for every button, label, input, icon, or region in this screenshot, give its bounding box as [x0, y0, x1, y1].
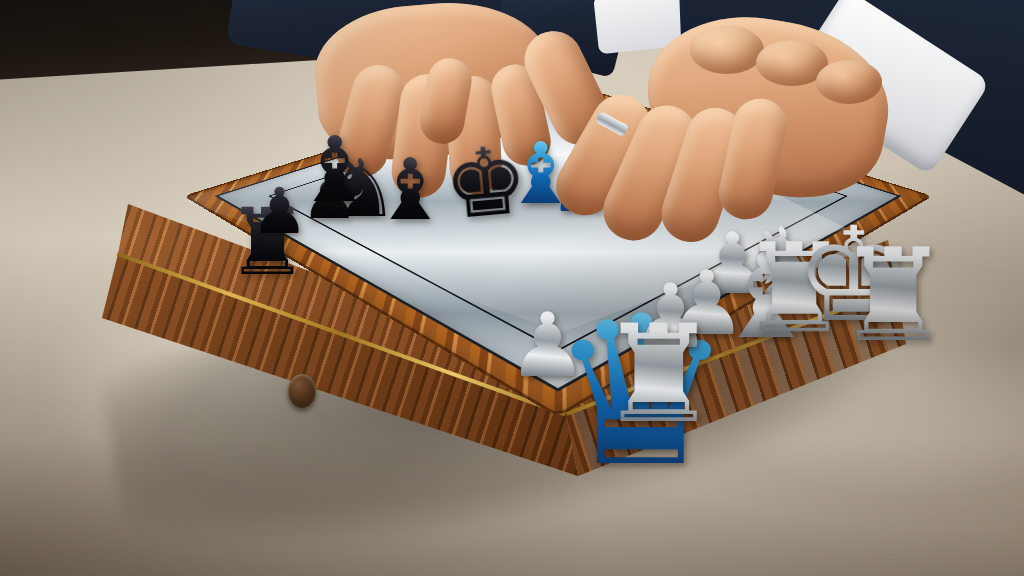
- scene: ♜♟♟♝♞♝♚♝♟♛♛♟♟♜♜♟♟♝♜♚♜♜♟♞: [0, 0, 1024, 576]
- rook-glyph: ♜: [598, 307, 719, 442]
- rook-glyph: ♜: [835, 231, 950, 360]
- pawn-glyph: ♟: [508, 302, 588, 391]
